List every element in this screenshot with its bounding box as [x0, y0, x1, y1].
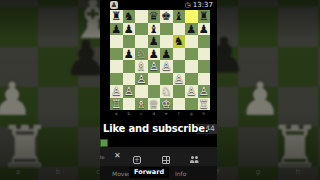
- players-icon: [190, 156, 198, 164]
- board-square[interactable]: [185, 10, 198, 23]
- board-square[interactable]: ♛: [148, 10, 161, 23]
- games-grid-icon: [162, 156, 170, 164]
- board-square[interactable]: [198, 48, 211, 61]
- board-square[interactable]: [185, 48, 198, 61]
- board-square[interactable]: [173, 85, 186, 98]
- piece-wK: ♔: [160, 98, 173, 111]
- board-square[interactable]: ♖: [110, 98, 123, 111]
- player-avatar: [100, 139, 108, 147]
- board-square[interactable]: ♟: [198, 23, 211, 36]
- piece-bN: ♞: [123, 10, 136, 23]
- tab-info[interactable]: Info: [175, 170, 186, 177]
- board-square[interactable]: [110, 60, 123, 73]
- piece-wP: ♙: [110, 85, 123, 98]
- board-square[interactable]: [173, 98, 186, 111]
- board-square[interactable]: ♝: [173, 10, 186, 23]
- board-square[interactable]: [185, 35, 198, 48]
- piece-wP: ♙: [135, 73, 148, 86]
- board-square[interactable]: [135, 35, 148, 48]
- piece-bP: ♟: [185, 23, 198, 36]
- board-square[interactable]: ♘: [160, 85, 173, 98]
- board-square[interactable]: [198, 35, 211, 48]
- board-square[interactable]: [135, 23, 148, 36]
- board-square[interactable]: [123, 35, 136, 48]
- piece-wB: ♗: [135, 60, 148, 73]
- piece-bP: ♟: [110, 23, 123, 36]
- opponent-clock: ◷13:37: [185, 1, 213, 9]
- board-square[interactable]: ♔: [160, 98, 173, 111]
- piece-wP: ♙: [160, 60, 173, 73]
- board-square[interactable]: ♙: [173, 73, 186, 86]
- chess-board[interactable]: ♜♞♛♚♝♜♟♟♝♟♟♟♞♟♘♟♟♗♙♙♙♙♙♙♘♙♙♖♗♕♔♖: [110, 10, 210, 110]
- board-square[interactable]: ♙: [198, 85, 211, 98]
- close-icon[interactable]: ✕: [114, 151, 121, 161]
- board-square[interactable]: ♙: [135, 73, 148, 86]
- piece-wR: ♖: [198, 98, 211, 111]
- file-label: g: [185, 111, 198, 116]
- board-square[interactable]: [148, 73, 161, 86]
- piece-wP: ♙: [198, 85, 211, 98]
- board-square[interactable]: ♜: [198, 10, 211, 23]
- clock-icon: ◷: [185, 1, 191, 9]
- caption-text: Like and subscribe.: [103, 123, 215, 134]
- board-square[interactable]: ♜: [110, 10, 123, 23]
- chess-app-column: ♟ ◷13:37 ♜♞♛♚♝♜♟♟♝♟♟♟♞♟♘♟♟♗♙♙♙♙♙♙♘♙♙♖♗♕♔…: [100, 0, 217, 180]
- file-label: e: [160, 111, 173, 116]
- video-frame: ♝ ♟ ♟ ♟ ♟ ♜ ♜ abcdefgh ♟ ◷13:37 ♜♞♛♚♝♜♟♟…: [0, 0, 320, 180]
- board-square[interactable]: ♙: [185, 85, 198, 98]
- file-label: d: [148, 111, 161, 116]
- board-square[interactable]: ♟: [110, 23, 123, 36]
- file-label: f: [173, 111, 186, 116]
- piece-bR: ♜: [198, 10, 211, 23]
- piece-wB: ♗: [135, 98, 148, 111]
- board-square[interactable]: ♖: [198, 98, 211, 111]
- piece-wN: ♘: [160, 85, 173, 98]
- piece-wP: ♙: [123, 85, 136, 98]
- board-square[interactable]: [135, 10, 148, 23]
- piece-wP: ♙: [185, 85, 198, 98]
- board-square[interactable]: ♞: [173, 35, 186, 48]
- board-square[interactable]: ♗: [135, 98, 148, 111]
- board-square[interactable]: [173, 48, 186, 61]
- piece-wP: ♙: [148, 60, 161, 73]
- board-square[interactable]: [198, 60, 211, 73]
- board-square[interactable]: [123, 60, 136, 73]
- file-label: a: [110, 111, 123, 116]
- board-square[interactable]: [110, 48, 123, 61]
- board-square[interactable]: ♟: [123, 48, 136, 61]
- file-label: b: [123, 111, 136, 116]
- piece-bB: ♝: [173, 10, 186, 23]
- board-square[interactable]: ♟: [185, 23, 198, 36]
- piece-bR: ♜: [110, 10, 123, 23]
- board-square[interactable]: [110, 35, 123, 48]
- file-label: h: [198, 111, 211, 116]
- board-square[interactable]: [160, 35, 173, 48]
- piece-wR: ♖: [110, 98, 123, 111]
- opponent-avatar: ♟: [110, 1, 118, 9]
- board-square[interactable]: [123, 98, 136, 111]
- board-square[interactable]: [148, 85, 161, 98]
- clipped-nav-label: te: [100, 155, 105, 160]
- footer-tabs: Moves Forward Info: [100, 166, 217, 180]
- board-square[interactable]: [173, 60, 186, 73]
- piece-bQ: ♛: [148, 10, 161, 23]
- board-square[interactable]: ♙: [123, 85, 136, 98]
- file-label: c: [135, 111, 148, 116]
- board-square[interactable]: ♕: [148, 98, 161, 111]
- piece-bP: ♟: [148, 35, 161, 48]
- new-game-icon: [133, 156, 141, 164]
- bottom-navbar: te ✕ New Game Games Players: [100, 147, 217, 166]
- piece-bP: ♟: [198, 23, 211, 36]
- opponent-clock-time: 13:37: [193, 1, 213, 9]
- board-square[interactable]: [160, 23, 173, 36]
- board-square[interactable]: ♗: [135, 60, 148, 73]
- piece-wP: ♙: [173, 73, 186, 86]
- board-square[interactable]: ♚: [160, 10, 173, 23]
- board-square[interactable]: [135, 85, 148, 98]
- board-square[interactable]: [185, 98, 198, 111]
- board-file-labels: abcdefgh: [110, 111, 210, 116]
- piece-bK: ♚: [160, 10, 173, 23]
- board-square[interactable]: ♞: [123, 10, 136, 23]
- piece-bP: ♟: [123, 48, 136, 61]
- piece-bP: ♟: [123, 23, 136, 36]
- board-square[interactable]: ♙: [148, 60, 161, 73]
- tab-forward[interactable]: Forward: [129, 167, 169, 178]
- board-square[interactable]: ♟: [123, 23, 136, 36]
- board-square[interactable]: ♟: [148, 35, 161, 48]
- board-square[interactable]: ♙: [110, 85, 123, 98]
- board-square[interactable]: [185, 60, 198, 73]
- board-square[interactable]: ♙: [160, 60, 173, 73]
- piece-bN: ♞: [173, 35, 186, 48]
- piece-wQ: ♕: [148, 98, 161, 111]
